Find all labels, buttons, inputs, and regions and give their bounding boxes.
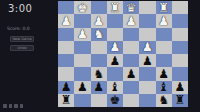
square-d7[interactable] <box>123 81 139 94</box>
square-g6[interactable] <box>74 67 90 80</box>
square-c3[interactable] <box>139 28 155 41</box>
white-pawn-piece[interactable]: ♟ <box>61 15 72 27</box>
square-d8[interactable] <box>123 94 139 107</box>
square-d4[interactable] <box>123 41 139 54</box>
square-a2[interactable] <box>172 14 188 27</box>
square-c6[interactable] <box>139 67 155 80</box>
square-h2[interactable]: ♟ <box>58 14 74 27</box>
square-f6[interactable]: ♞ <box>91 67 107 80</box>
square-b3[interactable] <box>156 28 172 41</box>
square-g5[interactable] <box>74 54 90 67</box>
square-f5[interactable] <box>91 54 107 67</box>
square-a6[interactable] <box>172 67 188 80</box>
white-pawn-piece[interactable]: ♟ <box>158 15 169 27</box>
black-king-piece[interactable]: ♚ <box>109 94 120 106</box>
square-a3[interactable] <box>172 28 188 41</box>
square-c4[interactable]: ♟ <box>139 41 155 54</box>
white-pawn-piece[interactable]: ♟ <box>126 15 137 27</box>
black-pawn-piece[interactable]: ♟ <box>93 81 104 93</box>
square-f3[interactable]: ♞ <box>91 28 107 41</box>
square-d6[interactable]: ♟ <box>123 67 139 80</box>
square-b7[interactable]: ♝ <box>156 81 172 94</box>
black-knight-piece[interactable]: ♞ <box>93 68 104 80</box>
square-d3[interactable] <box>123 28 139 41</box>
white-king-piece[interactable]: ♚ <box>77 2 88 14</box>
square-h3[interactable] <box>58 28 74 41</box>
square-a8[interactable]: ♜ <box>172 94 188 107</box>
taskbar-icon-3[interactable] <box>14 104 18 108</box>
square-f8[interactable] <box>91 94 107 107</box>
white-knight-piece[interactable]: ♞ <box>93 28 104 40</box>
square-g8[interactable] <box>74 94 90 107</box>
square-b4[interactable] <box>156 41 172 54</box>
square-g2[interactable] <box>74 14 90 27</box>
square-b8[interactable]: ♞ <box>156 94 172 107</box>
square-c5[interactable]: ♟ <box>139 54 155 67</box>
score-label: Score: 0.0 <box>7 26 30 31</box>
square-d1[interactable]: ♛ <box>123 1 139 14</box>
white-rook-piece[interactable]: ♜ <box>109 2 120 14</box>
square-e8[interactable]: ♚ <box>107 94 123 107</box>
taskbar-icon-2[interactable] <box>9 104 13 108</box>
square-g7[interactable]: ♟ <box>74 81 90 94</box>
square-f7[interactable]: ♟ <box>91 81 107 94</box>
square-a5[interactable] <box>172 54 188 67</box>
square-a7[interactable]: ♟ <box>172 81 188 94</box>
square-a1[interactable] <box>172 1 188 14</box>
square-d5[interactable] <box>123 54 139 67</box>
black-bishop-piece[interactable]: ♝ <box>109 81 120 93</box>
square-e7[interactable]: ♝ <box>107 81 123 94</box>
square-h6[interactable] <box>58 67 74 80</box>
square-h7[interactable]: ♟ <box>58 81 74 94</box>
black-pawn-piece[interactable]: ♟ <box>109 55 120 67</box>
square-c2[interactable] <box>139 14 155 27</box>
black-rook-piece[interactable]: ♜ <box>174 94 185 106</box>
black-pawn-piece[interactable]: ♟ <box>142 55 153 67</box>
undo-button[interactable]: Undo <box>10 45 34 51</box>
black-pawn-piece[interactable]: ♟ <box>61 81 72 93</box>
taskbar-icon-4[interactable] <box>20 104 24 108</box>
black-knight-piece[interactable]: ♞ <box>158 94 169 106</box>
square-c1[interactable] <box>139 1 155 14</box>
square-h5[interactable] <box>58 54 74 67</box>
square-h1[interactable] <box>58 1 74 14</box>
square-b1[interactable]: ♜ <box>156 1 172 14</box>
white-pawn-piece[interactable]: ♟ <box>142 41 153 53</box>
square-b2[interactable]: ♟ <box>156 14 172 27</box>
square-e1[interactable]: ♜ <box>107 1 123 14</box>
square-b6[interactable]: ♟ <box>156 67 172 80</box>
square-f2[interactable]: ♟ <box>91 14 107 27</box>
square-g3[interactable]: ♟ <box>74 28 90 41</box>
black-pawn-piece[interactable]: ♟ <box>158 68 169 80</box>
square-c8[interactable] <box>139 94 155 107</box>
white-rook-piece[interactable]: ♜ <box>158 2 169 14</box>
square-e6[interactable] <box>107 67 123 80</box>
square-a4[interactable] <box>172 41 188 54</box>
square-g1[interactable]: ♚ <box>74 1 90 14</box>
taskbar <box>3 104 23 108</box>
black-pawn-piece[interactable]: ♟ <box>126 68 137 80</box>
white-pawn-piece[interactable]: ♟ <box>77 28 88 40</box>
game-timer: 3:00 <box>8 3 32 14</box>
square-h4[interactable] <box>58 41 74 54</box>
taskbar-icon-1[interactable] <box>3 104 7 108</box>
black-rook-piece[interactable]: ♜ <box>61 94 72 106</box>
black-bishop-piece[interactable]: ♝ <box>158 81 169 93</box>
chess-board[interactable]: ♚♜♛♜♟♟♟♟♟♞♟♟♟♟♞♟♟♟♟♟♝♝♟♜♚♞♜ <box>58 1 188 107</box>
square-f4[interactable] <box>91 41 107 54</box>
square-e4[interactable]: ♟ <box>107 41 123 54</box>
white-queen-piece[interactable]: ♛ <box>126 2 137 14</box>
square-e2[interactable] <box>107 14 123 27</box>
black-pawn-piece[interactable]: ♟ <box>174 81 185 93</box>
new-game-button[interactable]: New Game <box>10 36 34 42</box>
square-g4[interactable] <box>74 41 90 54</box>
white-pawn-piece[interactable]: ♟ <box>109 41 120 53</box>
square-c7[interactable] <box>139 81 155 94</box>
chess-app-window: 3:00 Score: 0.0 New Game Undo ♚♜♛♜♟♟♟♟♟♞… <box>0 0 200 112</box>
square-e3[interactable] <box>107 28 123 41</box>
square-h8[interactable]: ♜ <box>58 94 74 107</box>
square-d2[interactable]: ♟ <box>123 14 139 27</box>
white-pawn-piece[interactable]: ♟ <box>93 15 104 27</box>
square-b5[interactable] <box>156 54 172 67</box>
square-f1[interactable] <box>91 1 107 14</box>
black-pawn-piece[interactable]: ♟ <box>77 81 88 93</box>
square-e5[interactable]: ♟ <box>107 54 123 67</box>
